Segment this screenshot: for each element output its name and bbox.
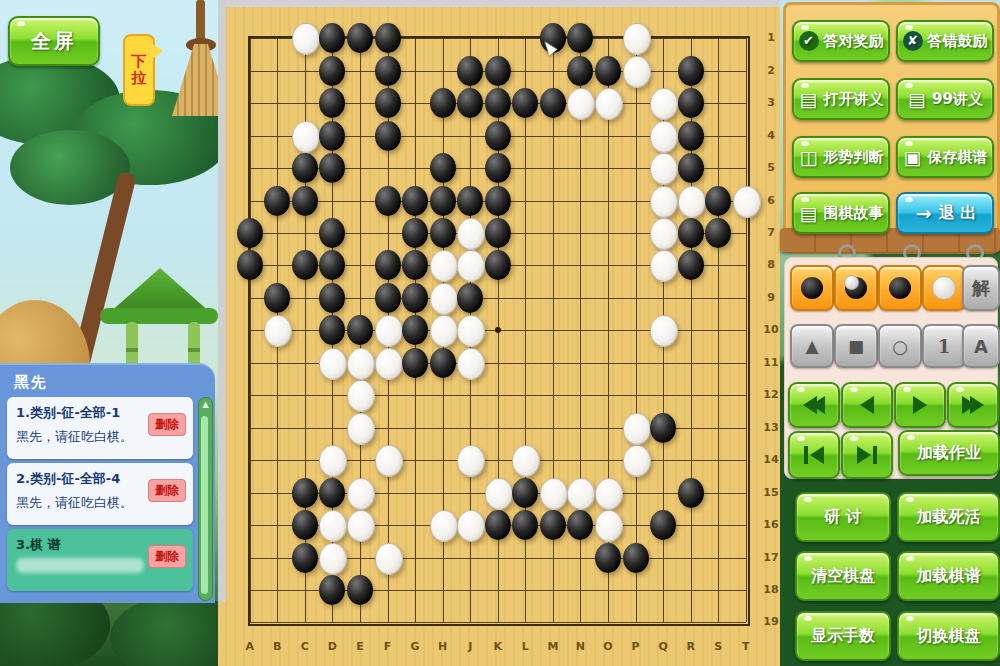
pulldown-label: 下拉 bbox=[132, 52, 147, 87]
black-stone bbox=[595, 56, 621, 86]
column-label: P bbox=[627, 640, 645, 653]
white-stone bbox=[347, 348, 375, 380]
white-stone bbox=[650, 153, 678, 185]
research-button[interactable]: 研 讨 bbox=[795, 492, 891, 542]
task-title: 3.棋 谱 bbox=[16, 536, 61, 554]
black-stone bbox=[430, 348, 456, 378]
show-move-numbers-button[interactable]: 显示手数 bbox=[795, 611, 891, 661]
column-label: O bbox=[599, 640, 617, 653]
black-stone bbox=[650, 510, 676, 540]
column-label: K bbox=[489, 640, 507, 653]
row-label: 9 bbox=[762, 291, 780, 304]
white-stone bbox=[457, 218, 485, 250]
marker-letter-button[interactable]: A bbox=[962, 324, 1000, 368]
black-stone bbox=[402, 283, 428, 313]
black-stone bbox=[264, 186, 290, 216]
open-book-icon: ▤ bbox=[799, 89, 819, 109]
black-stone bbox=[457, 186, 483, 216]
circle-glyph: ○ bbox=[892, 336, 908, 357]
task-title: 1.类别-征-全部-1 bbox=[16, 404, 120, 422]
black-stone bbox=[540, 510, 566, 540]
white-stone bbox=[292, 121, 320, 153]
white-stone bbox=[347, 478, 375, 510]
white-stone bbox=[347, 380, 375, 412]
white-stone bbox=[319, 543, 347, 575]
marker-square-button[interactable]: ■ bbox=[834, 324, 878, 368]
black-stone-mode-button[interactable] bbox=[790, 265, 834, 311]
judge-icon: ◫ bbox=[799, 147, 819, 167]
row-label: 6 bbox=[762, 194, 780, 207]
white-stone bbox=[678, 186, 706, 218]
white-stone bbox=[430, 283, 458, 315]
blurred-text bbox=[16, 558, 144, 573]
to-end-icon bbox=[873, 446, 877, 464]
button-label: 加载作业 bbox=[917, 443, 981, 464]
white-stone bbox=[347, 510, 375, 542]
fullscreen-button[interactable]: 全屏 bbox=[8, 16, 100, 66]
white-stone bbox=[430, 250, 458, 282]
task-title: 2.类别-征-全部-4 bbox=[16, 470, 120, 488]
button-label: 加载死活 bbox=[917, 507, 981, 528]
button-label: 退 出 bbox=[939, 203, 977, 224]
button-label: 答对奖励 bbox=[824, 32, 884, 51]
black-stone bbox=[319, 478, 345, 508]
black-stone bbox=[650, 413, 676, 443]
go-story-button[interactable]: ▤围棋故事 bbox=[792, 192, 890, 234]
button-label: 形势判断 bbox=[824, 148, 884, 167]
row-label: 2 bbox=[762, 64, 780, 77]
black-stone bbox=[237, 218, 263, 248]
window-edge-left bbox=[218, 0, 226, 602]
switch-board-button[interactable]: 切换棋盘 bbox=[897, 611, 1000, 661]
row-label: 8 bbox=[762, 258, 780, 271]
column-label: G bbox=[406, 640, 424, 653]
forward-button[interactable] bbox=[894, 382, 946, 428]
white-stone-small-icon bbox=[844, 275, 859, 290]
black-stone bbox=[485, 186, 511, 216]
white-stone bbox=[595, 88, 623, 120]
black-stone bbox=[375, 250, 401, 280]
black-stone bbox=[485, 510, 511, 540]
backward-icon bbox=[860, 396, 874, 414]
black-stone bbox=[678, 88, 704, 118]
black-stone bbox=[375, 121, 401, 151]
black-stone bbox=[375, 283, 401, 313]
black-stone bbox=[292, 510, 318, 540]
forward-icon bbox=[913, 396, 927, 414]
white-stone bbox=[650, 186, 678, 218]
black-stone bbox=[347, 575, 373, 605]
black-stone bbox=[485, 88, 511, 118]
white-stone bbox=[430, 510, 458, 542]
white-stone bbox=[540, 478, 568, 510]
row-label: 3 bbox=[762, 96, 780, 109]
button-label: 切换棋盘 bbox=[917, 626, 981, 647]
white-stone bbox=[595, 478, 623, 510]
white-stone bbox=[567, 478, 595, 510]
black-stone bbox=[375, 186, 401, 216]
black-stone bbox=[292, 478, 318, 508]
black-stone bbox=[623, 543, 649, 573]
white-stone-icon bbox=[932, 276, 956, 300]
delete-button[interactable]: 删除 bbox=[148, 479, 186, 502]
app-window: 全屏 下拉 A1B2C3D4E5F6G7H8J9K10L11M12N13O14P… bbox=[0, 0, 1000, 666]
tree-foliage bbox=[10, 130, 130, 205]
black-trial-mode-button[interactable] bbox=[878, 265, 922, 311]
column-label: D bbox=[323, 640, 341, 653]
row-label: 14 bbox=[762, 453, 780, 466]
button-label: 加载棋谱 bbox=[917, 566, 981, 587]
fast-forward-icon bbox=[970, 396, 984, 414]
black-stone bbox=[678, 218, 704, 248]
solve-label: 解 bbox=[972, 276, 990, 300]
scrollbar[interactable]: ▲ bbox=[198, 397, 213, 601]
black-stone bbox=[512, 478, 538, 508]
white-stone bbox=[375, 348, 403, 380]
white-stone-mode-button[interactable] bbox=[922, 265, 966, 311]
save-record-button[interactable]: ▣保存棋谱 bbox=[896, 136, 994, 178]
black-stone bbox=[319, 56, 345, 86]
white-stone bbox=[457, 348, 485, 380]
encourage-wrong-button[interactable]: ✘答错鼓励 bbox=[896, 20, 994, 62]
white-stone bbox=[347, 413, 375, 445]
black-stone bbox=[485, 250, 511, 280]
backward-button[interactable] bbox=[841, 382, 893, 428]
row-label: 16 bbox=[762, 518, 780, 531]
black-stone bbox=[678, 121, 704, 151]
white-stone bbox=[623, 56, 651, 88]
black-stone bbox=[485, 121, 511, 151]
black-stone bbox=[595, 543, 621, 573]
task-list-panel: 黑先 1.类别-征-全部-1 黑先，请征吃白棋。 删除 2.类别-征-全部-4 … bbox=[0, 363, 215, 603]
scroll-up-icon[interactable]: ▲ bbox=[199, 398, 212, 412]
black-stone bbox=[678, 56, 704, 86]
row-label: 5 bbox=[762, 161, 780, 174]
task-panel-title: 黑先 bbox=[14, 373, 215, 392]
number-glyph: 1 bbox=[938, 336, 951, 357]
white-stone bbox=[733, 186, 761, 218]
black-stone bbox=[430, 218, 456, 248]
pulldown-tab[interactable]: 下拉 bbox=[123, 34, 155, 106]
button-label: 清空棋盘 bbox=[811, 566, 875, 587]
alternate-stone-mode-button[interactable] bbox=[834, 265, 878, 311]
black-stone bbox=[678, 250, 704, 280]
black-stone bbox=[430, 186, 456, 216]
open-lecture-button[interactable]: ▤打开讲义 bbox=[792, 78, 890, 120]
go-board[interactable]: A1B2C3D4E5F6G7H8J9K10L11M12N13O14P15Q16R… bbox=[218, 0, 780, 666]
row-label: 7 bbox=[762, 226, 780, 239]
marker-number-button[interactable]: 1 bbox=[922, 324, 966, 368]
exit-button[interactable]: →退 出 bbox=[896, 192, 994, 234]
white-stone bbox=[375, 543, 403, 575]
judge-position-button[interactable]: ◫形势判断 bbox=[792, 136, 890, 178]
column-label: C bbox=[296, 640, 314, 653]
black-stone bbox=[430, 88, 456, 118]
black-stone bbox=[375, 23, 401, 53]
row-label: 11 bbox=[762, 356, 780, 369]
to-end-button[interactable] bbox=[841, 431, 893, 479]
column-label: E bbox=[351, 640, 369, 653]
story-book-icon: ▤ bbox=[799, 203, 819, 223]
letter-glyph: A bbox=[974, 336, 988, 357]
black-stone bbox=[705, 186, 731, 216]
black-stone bbox=[319, 121, 345, 151]
white-stone bbox=[430, 315, 458, 347]
black-stone bbox=[485, 153, 511, 183]
white-stone bbox=[375, 315, 403, 347]
white-stone bbox=[319, 348, 347, 380]
scrollbar-thumb[interactable] bbox=[201, 416, 208, 594]
black-stone bbox=[264, 283, 290, 313]
delete-button[interactable]: 删除 bbox=[148, 545, 186, 568]
white-stone bbox=[650, 218, 678, 250]
white-stone bbox=[375, 445, 403, 477]
column-label: J bbox=[461, 640, 479, 653]
pavilion-roof-edge bbox=[100, 308, 218, 324]
reward-correct-button[interactable]: ✔答对奖励 bbox=[792, 20, 890, 62]
to-start-icon bbox=[804, 446, 808, 464]
check-circle-icon: ✔ bbox=[799, 31, 819, 51]
button-label: 答错鼓励 bbox=[928, 32, 988, 51]
solve-button[interactable]: 解 bbox=[962, 265, 1000, 311]
black-stone bbox=[485, 56, 511, 86]
to-start-button[interactable] bbox=[788, 431, 840, 479]
to-end-icon bbox=[857, 446, 871, 464]
marker-circle-button[interactable]: ○ bbox=[878, 324, 922, 368]
black-stone bbox=[292, 186, 318, 216]
column-label: S bbox=[709, 640, 727, 653]
fullscreen-label: 全屏 bbox=[31, 28, 77, 55]
black-stone bbox=[375, 88, 401, 118]
white-stone bbox=[485, 478, 513, 510]
column-label: A bbox=[241, 640, 259, 653]
white-stone bbox=[650, 121, 678, 153]
row-label: 12 bbox=[762, 388, 780, 401]
black-stone bbox=[237, 250, 263, 280]
column-label: N bbox=[571, 640, 589, 653]
column-label: B bbox=[268, 640, 286, 653]
white-stone bbox=[623, 413, 651, 445]
task-item-2[interactable]: 2.类别-征-全部-4 黑先，请征吃白棋。 删除 bbox=[7, 463, 193, 525]
button-label: 保存棋谱 bbox=[928, 148, 988, 167]
column-label: H bbox=[434, 640, 452, 653]
column-label: M bbox=[544, 640, 562, 653]
black-stone bbox=[402, 218, 428, 248]
fast-backward-icon bbox=[811, 396, 825, 414]
button-label: 围棋故事 bbox=[824, 204, 884, 223]
task-subtitle: 黑先，请征吃白棋。 bbox=[16, 428, 133, 446]
load-record-button[interactable]: 加载棋谱 bbox=[897, 551, 1000, 601]
black-stone bbox=[430, 153, 456, 183]
black-stone-icon bbox=[801, 277, 823, 299]
row-label: 1 bbox=[762, 31, 780, 44]
black-stone bbox=[292, 543, 318, 573]
window-edge-top bbox=[218, 0, 780, 7]
triangle-glyph: ▲ bbox=[805, 336, 818, 356]
column-label: L bbox=[516, 640, 534, 653]
black-stone bbox=[402, 348, 428, 378]
black-stone bbox=[540, 88, 566, 118]
column-label: F bbox=[379, 640, 397, 653]
column-label: R bbox=[682, 640, 700, 653]
exit-icon: → bbox=[914, 203, 934, 223]
fast-forward-button[interactable] bbox=[947, 382, 999, 428]
column-label: T bbox=[737, 640, 755, 653]
row-label: 13 bbox=[762, 421, 780, 434]
black-stone bbox=[485, 218, 511, 248]
row-label: 18 bbox=[762, 583, 780, 596]
black-stone-icon bbox=[889, 277, 911, 299]
black-stone bbox=[678, 478, 704, 508]
button-label: 打开讲义 bbox=[824, 90, 884, 109]
row-label: 17 bbox=[762, 551, 780, 564]
lecture-99-button[interactable]: ▤99讲义 bbox=[896, 78, 994, 120]
black-stone bbox=[402, 186, 428, 216]
black-stone bbox=[678, 153, 704, 183]
white-stone bbox=[292, 23, 320, 55]
black-stone bbox=[375, 56, 401, 86]
square-glyph: ■ bbox=[848, 336, 864, 356]
white-stone bbox=[623, 23, 651, 55]
task-item-1[interactable]: 1.类别-征-全部-1 黑先，请征吃白棋。 删除 bbox=[7, 397, 193, 459]
black-stone bbox=[292, 153, 318, 183]
black-stone bbox=[457, 283, 483, 313]
save-icon: ▣ bbox=[903, 147, 923, 167]
row-label: 15 bbox=[762, 486, 780, 499]
broom-icon bbox=[172, 44, 218, 116]
white-stone bbox=[595, 510, 623, 542]
clear-board-button[interactable]: 清空棋盘 bbox=[795, 551, 891, 601]
task-subtitle: 黑先，请征吃白棋。 bbox=[16, 494, 133, 512]
x-circle-icon: ✘ bbox=[903, 31, 923, 51]
load-life-death-button[interactable]: 加载死活 bbox=[897, 492, 1000, 542]
row-label: 4 bbox=[762, 129, 780, 142]
white-stone bbox=[623, 445, 651, 477]
book-99-icon: ▤ bbox=[907, 89, 927, 109]
delete-button[interactable]: 删除 bbox=[148, 413, 186, 436]
black-stone bbox=[457, 56, 483, 86]
load-homework-button[interactable]: 加载作业 bbox=[898, 430, 1000, 476]
bushes bbox=[110, 595, 218, 666]
to-start-icon bbox=[810, 446, 824, 464]
button-label: 99讲义 bbox=[932, 90, 983, 109]
button-label: 研 讨 bbox=[824, 507, 862, 528]
row-label: 10 bbox=[762, 323, 780, 336]
row-label: 19 bbox=[762, 615, 780, 628]
fast-backward-button[interactable] bbox=[788, 382, 840, 428]
task-item-3-selected[interactable]: 3.棋 谱 删除 bbox=[7, 529, 193, 591]
button-label: 显示手数 bbox=[811, 626, 875, 647]
marker-triangle-button[interactable]: ▲ bbox=[790, 324, 834, 368]
column-label: Q bbox=[654, 640, 672, 653]
